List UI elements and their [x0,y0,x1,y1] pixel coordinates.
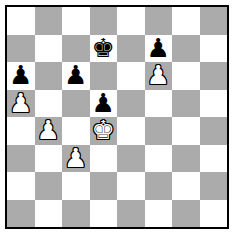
white-pawn: ♟ [64,145,87,173]
square-b4[interactable]: ♟ [35,117,63,145]
square-e7[interactable] [117,35,145,63]
square-c6[interactable]: ♟ [62,62,90,90]
square-b6[interactable] [35,62,63,90]
square-a3[interactable] [7,145,35,173]
square-g5[interactable] [172,90,200,118]
square-b7[interactable] [35,35,63,63]
square-c8[interactable] [62,7,90,35]
square-d3[interactable] [90,145,118,173]
square-d7[interactable]: ♚ [90,35,118,63]
square-h7[interactable] [200,35,228,63]
square-a7[interactable] [7,35,35,63]
square-c3[interactable]: ♟ [62,145,90,173]
white-king: ♚ [92,117,115,145]
black-king: ♚ [92,35,115,63]
square-c5[interactable] [62,90,90,118]
square-e1[interactable] [117,200,145,228]
square-a1[interactable] [7,200,35,228]
black-pawn: ♟ [147,35,170,63]
square-g6[interactable] [172,62,200,90]
square-g3[interactable] [172,145,200,173]
square-a6[interactable]: ♟ [7,62,35,90]
square-e6[interactable] [117,62,145,90]
square-d1[interactable] [90,200,118,228]
square-c2[interactable] [62,172,90,200]
square-a8[interactable] [7,7,35,35]
square-a4[interactable] [7,117,35,145]
square-f6[interactable]: ♟ [145,62,173,90]
square-h8[interactable] [200,7,228,35]
square-d6[interactable] [90,62,118,90]
square-g7[interactable] [172,35,200,63]
square-f8[interactable] [145,7,173,35]
square-a2[interactable] [7,172,35,200]
square-d4[interactable]: ♚ [90,117,118,145]
square-b2[interactable] [35,172,63,200]
square-e4[interactable] [117,117,145,145]
square-e3[interactable] [117,145,145,173]
square-g1[interactable] [172,200,200,228]
square-d5[interactable]: ♟ [90,90,118,118]
black-pawn: ♟ [92,90,115,118]
square-e5[interactable] [117,90,145,118]
square-f4[interactable] [145,117,173,145]
white-pawn: ♟ [37,117,60,145]
square-h5[interactable] [200,90,228,118]
square-b8[interactable] [35,7,63,35]
square-h6[interactable] [200,62,228,90]
black-pawn: ♟ [64,62,87,90]
square-a5[interactable]: ♟ [7,90,35,118]
square-h2[interactable] [200,172,228,200]
square-b3[interactable] [35,145,63,173]
square-b5[interactable] [35,90,63,118]
square-f7[interactable]: ♟ [145,35,173,63]
square-c4[interactable] [62,117,90,145]
square-d8[interactable] [90,7,118,35]
square-d2[interactable] [90,172,118,200]
square-g2[interactable] [172,172,200,200]
square-h4[interactable] [200,117,228,145]
square-b1[interactable] [35,200,63,228]
square-e8[interactable] [117,7,145,35]
square-f1[interactable] [145,200,173,228]
white-pawn: ♟ [9,90,32,118]
square-g4[interactable] [172,117,200,145]
square-g8[interactable] [172,7,200,35]
square-f5[interactable] [145,90,173,118]
square-c1[interactable] [62,200,90,228]
square-e2[interactable] [117,172,145,200]
square-f2[interactable] [145,172,173,200]
black-pawn: ♟ [9,62,32,90]
white-pawn: ♟ [147,62,170,90]
square-h1[interactable] [200,200,228,228]
square-f3[interactable] [145,145,173,173]
square-h3[interactable] [200,145,228,173]
chess-board: ♚♟♟♟♟♟♟♟♚♟ [5,5,229,229]
square-c7[interactable] [62,35,90,63]
